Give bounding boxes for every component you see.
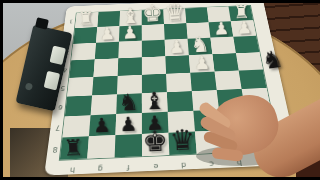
square-f6: ♞ [116, 93, 142, 114]
white-rook-h1: ♜ [77, 9, 94, 28]
square-h6 [65, 96, 92, 117]
white-pawn-g2: ♟ [99, 25, 115, 43]
black-pawn-c7: ♟ [198, 111, 217, 132]
square-h1: ♜ [75, 12, 98, 28]
white-pawn-f2: ♟ [122, 24, 138, 42]
square-h4 [69, 59, 95, 78]
square-h8: ♜ [60, 136, 89, 160]
square-f8 [115, 134, 142, 157]
white-queen-d1: ♛ [164, 1, 186, 25]
square-b6 [217, 89, 245, 110]
clock-button [35, 17, 49, 29]
square-c4: ♟ [189, 54, 215, 72]
square-a6 [242, 88, 271, 109]
square-g8 [87, 135, 115, 159]
square-h3 [71, 43, 96, 61]
square-a3 [233, 36, 259, 53]
black-pawn-g7: ♟ [93, 116, 112, 137]
square-b3 [210, 37, 235, 54]
square-f7: ♟ [115, 113, 142, 135]
white-pawn-a2: ♟ [236, 19, 252, 37]
file-label-b: b [225, 158, 254, 167]
chess-board: ♜♝♚♛♜♟♟♟♟♟♞♟♞♝♟♟♟♟♟♟♜♚♛♜ hgfedcba 123456… [44, 0, 300, 176]
square-a4 [236, 52, 263, 70]
white-pawn-b2: ♟ [213, 20, 229, 38]
square-b4 [212, 53, 238, 71]
square-g7: ♟ [89, 114, 116, 136]
black-rook-a8: ♜ [254, 128, 275, 151]
square-g4 [93, 58, 118, 77]
square-b5 [214, 71, 241, 90]
white-king-e1: ♚ [142, 2, 164, 26]
file-label-g: g [86, 164, 114, 173]
file-label-f: f [114, 163, 142, 172]
square-c5 [190, 72, 216, 92]
square-d6 [167, 91, 193, 112]
square-c8 [195, 130, 224, 153]
square-e6: ♝ [142, 92, 168, 113]
square-h5 [67, 77, 93, 97]
square-a5 [239, 70, 267, 89]
clock-dial-top [49, 46, 65, 65]
square-b8 [222, 129, 252, 152]
square-d1: ♛ [163, 8, 186, 24]
board-grid: ♜♝♚♛♜♟♟♟♟♟♞♟♞♝♟♟♟♟♟♟♜♚♛♜ [60, 6, 279, 160]
captured-black-knight: ♞ [260, 45, 285, 76]
video-frame[interactable]: ♜♝♚♛♜♟♟♟♟♟♞♟♞♝♟♟♟♟♟♟♜♚♛♜ hgfedcba 123456… [0, 0, 320, 180]
square-f4 [118, 57, 142, 76]
square-d4 [165, 55, 190, 73]
black-bishop-e6: ♝ [143, 89, 165, 114]
letterbox-top [0, 0, 320, 3]
square-g5 [92, 76, 118, 96]
square-e1: ♚ [142, 9, 164, 25]
square-b7: ♟ [219, 109, 248, 131]
square-d5 [166, 73, 192, 93]
chess-board-wrap: ♜♝♚♛♜♟♟♟♟♟♞♟♞♝♟♟♟♟♟♟♜♚♛♜ hgfedcba 123456… [44, 0, 300, 176]
square-a8: ♜ [248, 128, 279, 151]
black-queen-d8: ♛ [169, 126, 196, 155]
square-e4 [142, 56, 166, 75]
square-h2 [73, 27, 97, 44]
black-pawn-f7: ♟ [119, 115, 138, 136]
square-b2: ♟ [209, 21, 234, 38]
square-g3 [95, 42, 119, 60]
square-g2: ♟ [96, 26, 119, 43]
letterbox-left [0, 0, 3, 180]
square-f3 [118, 41, 142, 59]
file-label-a: a [253, 157, 282, 166]
square-c1 [185, 8, 208, 24]
square-c7: ♟ [193, 110, 221, 132]
file-label-e: e [142, 162, 170, 171]
square-e3 [142, 40, 166, 58]
square-e2 [142, 24, 165, 41]
square-d3: ♟ [165, 39, 189, 56]
white-pawn-d3: ♟ [168, 38, 185, 56]
square-f2: ♟ [119, 25, 142, 42]
square-d8: ♛ [168, 132, 196, 155]
clock-knob [25, 82, 33, 90]
file-label-c: c [197, 159, 226, 168]
file-label-d: d [170, 160, 198, 169]
square-c6 [192, 90, 219, 111]
square-e8: ♚ [142, 133, 169, 156]
black-pawn-b7: ♟ [225, 110, 244, 131]
black-king-e8: ♚ [142, 127, 169, 156]
clock-dial-bottom [44, 71, 60, 90]
letterbox-bottom [0, 177, 320, 180]
square-g6 [91, 94, 117, 115]
square-a2: ♟ [231, 20, 256, 37]
black-knight-f6: ♞ [118, 91, 140, 115]
white-pawn-c4: ♟ [193, 54, 210, 73]
black-rook-h8: ♜ [63, 137, 84, 160]
file-label-h: h [58, 165, 87, 174]
dark-floor-corner [296, 118, 320, 180]
